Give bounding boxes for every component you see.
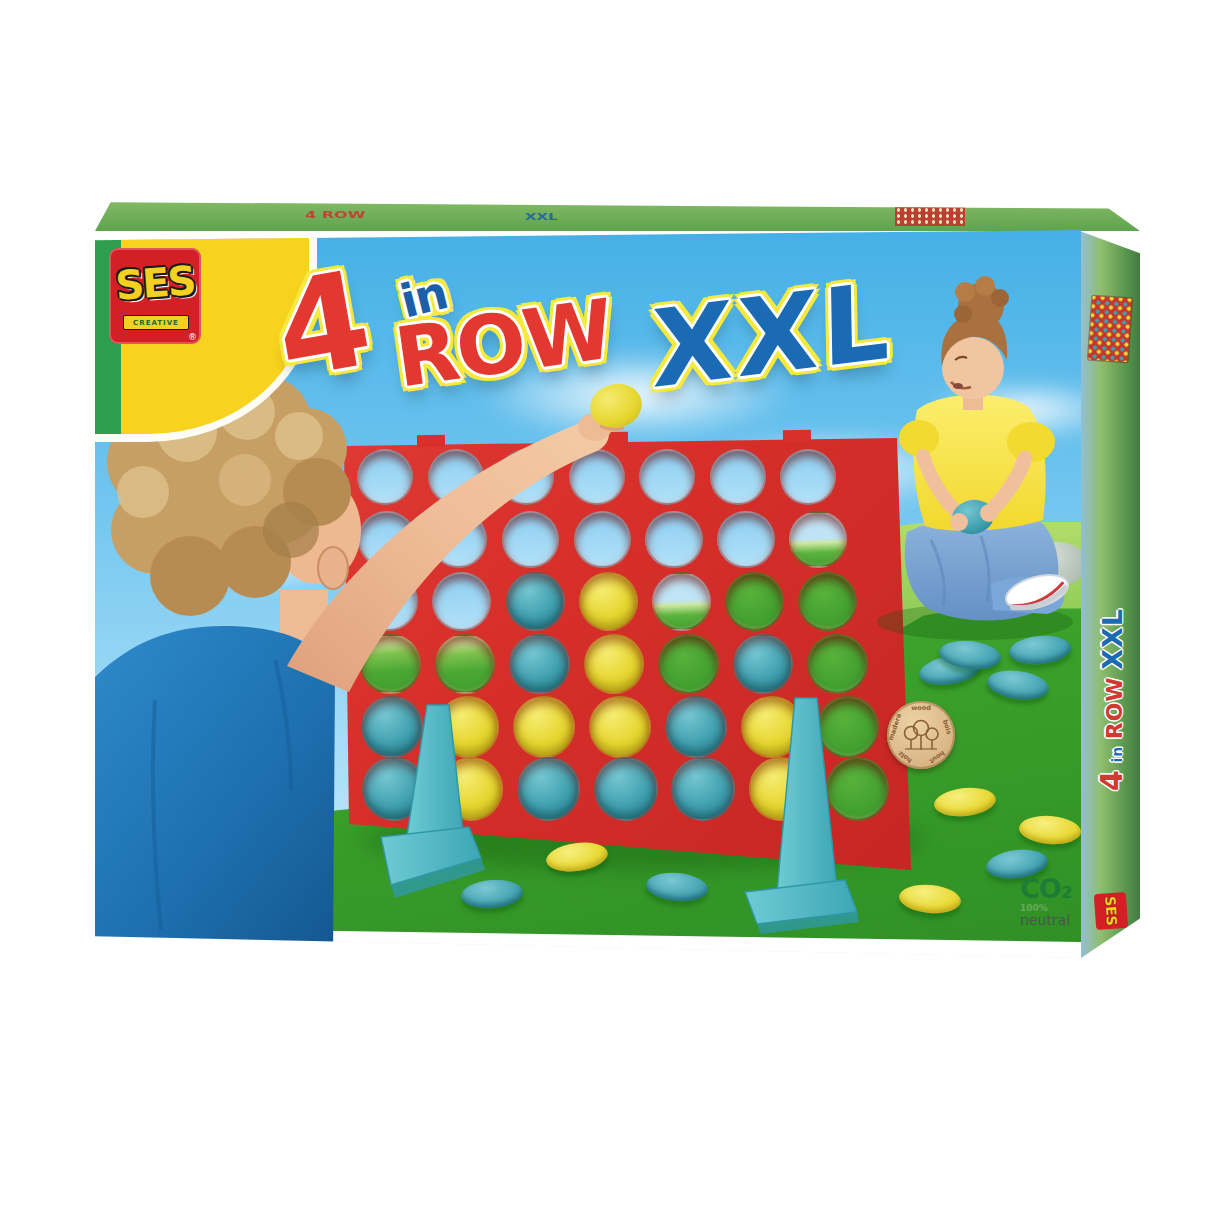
side-panel-title: 4 in ROW XXL bbox=[1093, 608, 1128, 791]
co2-neutral-text: neutral bbox=[1020, 913, 1081, 927]
box-top-flap: 4 ROW XXL bbox=[95, 199, 1140, 231]
box-side-panel: 4 in ROW XXL SES bbox=[1081, 227, 1140, 958]
box-front-panel: woodboishoutholzmadera SES CREATIVE ® 4 … bbox=[95, 230, 1081, 958]
side-ses-logo: SES bbox=[1094, 892, 1128, 930]
badge-word-wood: wood bbox=[911, 704, 931, 712]
ses-creative-ribbon: CREATIVE bbox=[123, 315, 189, 330]
side-title-row: ROW bbox=[1101, 676, 1126, 739]
side-title-in: in bbox=[1108, 746, 1124, 763]
co2-text: CO₂ bbox=[1020, 875, 1081, 902]
boy-ear bbox=[318, 547, 348, 589]
flap-4row-text: 4 ROW bbox=[305, 209, 365, 219]
board-stand-left bbox=[381, 705, 485, 898]
registered-mark: ® bbox=[188, 332, 197, 342]
flap-mini-grid bbox=[895, 207, 965, 226]
ses-logo-text: SES bbox=[108, 257, 203, 309]
side-title-xxl: XXL bbox=[1096, 608, 1127, 670]
boy-shirt bbox=[95, 626, 335, 958]
co2-neutral-logo: CO₂ 100% neutral bbox=[1020, 875, 1081, 927]
product-box-photo: 4 ROW XXL 4 in ROW XXL SES bbox=[0, 0, 1214, 1214]
side-title-4: 4 bbox=[1093, 769, 1128, 791]
girl-hand bbox=[950, 513, 968, 531]
girl-hand bbox=[980, 504, 998, 522]
side-mini-board bbox=[1088, 296, 1132, 363]
flap-xxl-text: XXL bbox=[525, 212, 558, 222]
board-stand-right bbox=[745, 698, 859, 934]
ses-logo: SES CREATIVE ® bbox=[109, 248, 201, 344]
girl-player bbox=[877, 276, 1073, 640]
side-ses-text: SES bbox=[1102, 896, 1120, 927]
ses-creative-text: CREATIVE bbox=[133, 319, 179, 327]
wood-material-badge: woodboishoutholzmadera bbox=[887, 701, 955, 769]
